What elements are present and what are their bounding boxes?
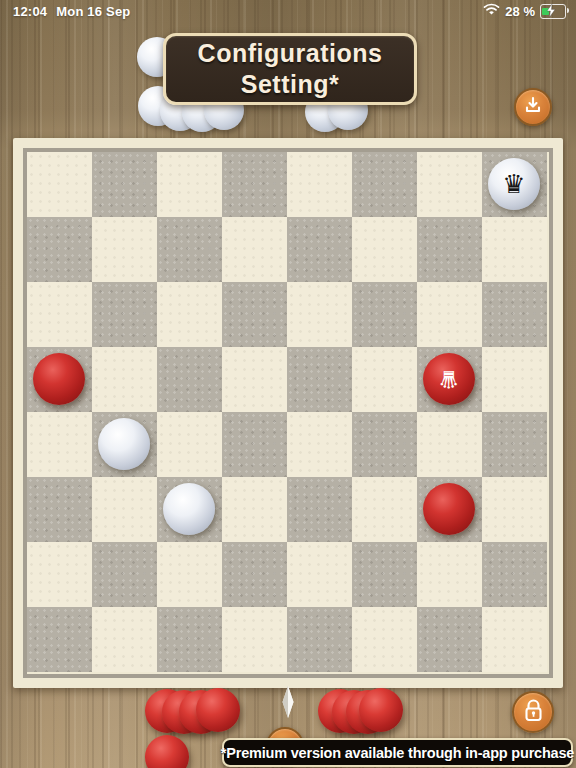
board-square[interactable] bbox=[352, 152, 417, 217]
board-square[interactable] bbox=[27, 542, 92, 607]
download-button[interactable] bbox=[514, 88, 552, 126]
board-square[interactable] bbox=[352, 347, 417, 412]
board-square[interactable] bbox=[157, 282, 222, 347]
board-square[interactable] bbox=[417, 477, 482, 542]
board-square[interactable] bbox=[27, 412, 92, 477]
board-square[interactable] bbox=[222, 152, 287, 217]
download-icon bbox=[523, 95, 543, 119]
checker-red-king[interactable]: ♛ bbox=[423, 353, 475, 405]
board-square[interactable] bbox=[417, 282, 482, 347]
board-square[interactable] bbox=[482, 347, 547, 412]
board-square[interactable] bbox=[482, 607, 547, 672]
board-square[interactable] bbox=[352, 217, 417, 282]
status-bar: 12:04Mon 16 Sep 28 % bbox=[0, 0, 576, 22]
diamond-marker-icon bbox=[279, 686, 297, 722]
board-square[interactable] bbox=[92, 412, 157, 477]
checker-white-man[interactable] bbox=[98, 418, 150, 470]
board-square[interactable] bbox=[157, 607, 222, 672]
board-square[interactable] bbox=[27, 282, 92, 347]
board-square[interactable] bbox=[417, 542, 482, 607]
battery-charging-icon bbox=[540, 4, 566, 19]
board-square[interactable] bbox=[27, 217, 92, 282]
lock-icon bbox=[522, 698, 545, 727]
king-crown-icon: ♛ bbox=[438, 367, 460, 391]
board-square[interactable] bbox=[287, 347, 352, 412]
board-square[interactable]: ♛ bbox=[482, 152, 547, 217]
board-square[interactable] bbox=[352, 607, 417, 672]
battery-percent: 28 % bbox=[505, 4, 535, 19]
king-crown-icon: ♛ bbox=[502, 171, 525, 197]
board-square[interactable] bbox=[27, 347, 92, 412]
board-square[interactable] bbox=[222, 347, 287, 412]
banner-title-line2: Setting* bbox=[241, 69, 339, 100]
board-square[interactable] bbox=[157, 412, 222, 477]
configurations-banner: Configurations Setting* bbox=[163, 33, 417, 105]
clock-time: 12:04 bbox=[13, 4, 47, 19]
premium-note-banner: *Premium version available through in-ap… bbox=[222, 738, 573, 767]
board-square[interactable] bbox=[287, 152, 352, 217]
banner-title-line1: Configurations bbox=[198, 38, 383, 69]
board-square[interactable] bbox=[222, 477, 287, 542]
board-square[interactable] bbox=[417, 607, 482, 672]
checker-white-king[interactable]: ♛ bbox=[488, 158, 540, 210]
board-square[interactable] bbox=[92, 542, 157, 607]
board-square[interactable] bbox=[92, 347, 157, 412]
premium-note-text: *Premium version available through in-ap… bbox=[221, 745, 574, 761]
board-square[interactable] bbox=[27, 152, 92, 217]
board-square[interactable] bbox=[222, 282, 287, 347]
board-square[interactable] bbox=[287, 217, 352, 282]
board-square[interactable] bbox=[27, 607, 92, 672]
board-square[interactable] bbox=[352, 412, 417, 477]
board-square[interactable] bbox=[482, 542, 547, 607]
red-tray-piece bbox=[196, 688, 240, 732]
board-square[interactable]: ♛ bbox=[417, 347, 482, 412]
board-square[interactable] bbox=[352, 542, 417, 607]
board-square[interactable] bbox=[352, 477, 417, 542]
board-square[interactable] bbox=[352, 282, 417, 347]
board-square[interactable] bbox=[287, 607, 352, 672]
board-square[interactable] bbox=[222, 217, 287, 282]
board-square[interactable] bbox=[417, 217, 482, 282]
board-square[interactable] bbox=[222, 607, 287, 672]
red-tray-piece bbox=[145, 735, 189, 768]
board-square[interactable] bbox=[417, 152, 482, 217]
board-square[interactable] bbox=[157, 217, 222, 282]
board-square[interactable] bbox=[92, 282, 157, 347]
board-square[interactable] bbox=[222, 542, 287, 607]
red-tray-piece bbox=[359, 688, 403, 732]
board-square[interactable] bbox=[482, 217, 547, 282]
checker-white-man[interactable] bbox=[163, 483, 215, 535]
board-square[interactable] bbox=[92, 477, 157, 542]
checker-red-man[interactable] bbox=[423, 483, 475, 535]
board-square[interactable] bbox=[27, 477, 92, 542]
board-square[interactable] bbox=[482, 477, 547, 542]
board-square[interactable] bbox=[287, 282, 352, 347]
status-time-date: 12:04Mon 16 Sep bbox=[13, 4, 131, 19]
board-grid: ♛♛ bbox=[27, 152, 547, 672]
board-square[interactable] bbox=[287, 477, 352, 542]
board-square[interactable] bbox=[92, 217, 157, 282]
board-square[interactable] bbox=[482, 282, 547, 347]
board-square[interactable] bbox=[157, 152, 222, 217]
checkers-board: ♛♛ bbox=[13, 138, 563, 688]
board-square[interactable] bbox=[287, 412, 352, 477]
clock-date: Mon 16 Sep bbox=[56, 4, 130, 19]
wifi-icon bbox=[483, 3, 500, 19]
board-square[interactable] bbox=[287, 542, 352, 607]
checker-red-man[interactable] bbox=[33, 353, 85, 405]
lock-button[interactable] bbox=[512, 691, 554, 733]
board-square[interactable] bbox=[157, 542, 222, 607]
board-square[interactable] bbox=[157, 477, 222, 542]
board-square[interactable] bbox=[92, 152, 157, 217]
board-square[interactable] bbox=[222, 412, 287, 477]
board-square[interactable] bbox=[482, 412, 547, 477]
board-square[interactable] bbox=[157, 347, 222, 412]
board-square[interactable] bbox=[417, 412, 482, 477]
board-square[interactable] bbox=[92, 607, 157, 672]
